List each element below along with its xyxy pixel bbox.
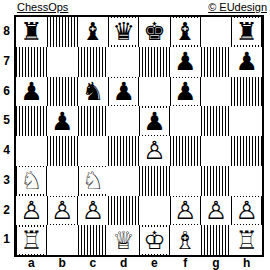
white-knight-c3: ♘ — [80, 167, 106, 194]
file-label-e: e — [139, 256, 170, 270]
rank-label-4: 4 — [0, 136, 13, 166]
square-e4[interactable]: ♙ — [139, 136, 170, 166]
black-queen-d8: ♛ — [110, 18, 136, 45]
white-rook-a1: ♖ — [18, 227, 44, 254]
square-f1[interactable]: ♗ — [170, 225, 201, 255]
black-pawn-h7: ♟ — [233, 48, 259, 75]
eudesign-credit-link[interactable]: © EUdesign — [208, 1, 267, 13]
file-label-g: g — [201, 256, 232, 270]
chess-board-frame: ♜♝♛♚♝♜♟♟♟♞♟♟♟♟♙♘♘♙♙♙♙♙♙♖♕♔♗♖ — [14, 15, 264, 257]
square-g4[interactable] — [201, 136, 232, 166]
square-h6[interactable] — [231, 77, 262, 107]
black-pawn-f7: ♟ — [172, 48, 198, 75]
file-label-f: f — [170, 256, 201, 270]
file-label-h: h — [231, 256, 262, 270]
square-e6[interactable] — [139, 77, 170, 107]
square-d3[interactable] — [108, 166, 139, 196]
file-label-c: c — [78, 256, 109, 270]
rank-label-5: 5 — [0, 106, 13, 136]
square-f6[interactable]: ♟ — [170, 77, 201, 107]
rank-label-6: 6 — [0, 77, 13, 107]
rank-label-1: 1 — [0, 225, 13, 255]
black-pawn-a6: ♟ — [18, 78, 44, 105]
file-label-d: d — [108, 256, 139, 270]
white-pawn-f2: ♙ — [172, 197, 198, 224]
square-c2[interactable]: ♙ — [78, 196, 109, 226]
square-a2[interactable]: ♙ — [16, 196, 47, 226]
chessops-link[interactable]: ChessOps — [17, 1, 68, 13]
square-b3[interactable] — [47, 166, 78, 196]
white-king-e1: ♔ — [141, 227, 167, 254]
rank-label-3: 3 — [0, 166, 13, 196]
square-a5[interactable] — [16, 106, 47, 136]
square-b6[interactable] — [47, 77, 78, 107]
square-e1[interactable]: ♔ — [139, 225, 170, 255]
square-a1[interactable]: ♖ — [16, 225, 47, 255]
square-a3[interactable]: ♘ — [16, 166, 47, 196]
black-pawn-e5: ♟ — [141, 108, 167, 135]
square-a6[interactable]: ♟ — [16, 77, 47, 107]
square-h7[interactable]: ♟ — [231, 47, 262, 77]
square-e8[interactable]: ♚ — [139, 17, 170, 47]
square-d6[interactable]: ♟ — [108, 77, 139, 107]
square-d2[interactable] — [108, 196, 139, 226]
rank-label-2: 2 — [0, 196, 13, 226]
rank-label-7: 7 — [0, 47, 13, 77]
square-g8[interactable] — [201, 17, 232, 47]
square-b8[interactable] — [47, 17, 78, 47]
square-b1[interactable] — [47, 225, 78, 255]
black-king-e8: ♚ — [141, 18, 167, 45]
square-f8[interactable]: ♝ — [170, 17, 201, 47]
square-h5[interactable] — [231, 106, 262, 136]
square-a7[interactable] — [16, 47, 47, 77]
square-g3[interactable] — [201, 166, 232, 196]
chess-board: ♜♝♛♚♝♜♟♟♟♞♟♟♟♟♙♘♘♙♙♙♙♙♙♖♕♔♗♖ — [16, 17, 262, 255]
square-c5[interactable] — [78, 106, 109, 136]
black-bishop-f8: ♝ — [172, 18, 198, 45]
file-label-a: a — [16, 256, 47, 270]
square-b4[interactable] — [47, 136, 78, 166]
black-bishop-c8: ♝ — [80, 18, 106, 45]
square-c7[interactable] — [78, 47, 109, 77]
square-e7[interactable] — [139, 47, 170, 77]
square-d8[interactable]: ♛ — [108, 17, 139, 47]
white-pawn-g2: ♙ — [203, 197, 229, 224]
square-a4[interactable] — [16, 136, 47, 166]
file-label-b: b — [47, 256, 78, 270]
square-c3[interactable]: ♘ — [78, 166, 109, 196]
white-knight-a3: ♘ — [18, 167, 44, 194]
square-d4[interactable] — [108, 136, 139, 166]
square-f3[interactable] — [170, 166, 201, 196]
black-pawn-b5: ♟ — [49, 108, 75, 135]
white-pawn-h2: ♙ — [233, 197, 259, 224]
square-g7[interactable] — [201, 47, 232, 77]
square-f7[interactable]: ♟ — [170, 47, 201, 77]
square-d1[interactable]: ♕ — [108, 225, 139, 255]
black-pawn-d6: ♟ — [110, 78, 136, 105]
square-g2[interactable]: ♙ — [201, 196, 232, 226]
square-g1[interactable] — [201, 225, 232, 255]
white-bishop-f1: ♗ — [172, 227, 198, 254]
white-pawn-a2: ♙ — [18, 197, 44, 224]
square-e3[interactable] — [139, 166, 170, 196]
square-a8[interactable]: ♜ — [16, 17, 47, 47]
square-c1[interactable] — [78, 225, 109, 255]
square-d5[interactable] — [108, 106, 139, 136]
square-c4[interactable] — [78, 136, 109, 166]
square-f4[interactable] — [170, 136, 201, 166]
white-queen-d1: ♕ — [110, 227, 136, 254]
black-rook-h8: ♜ — [233, 18, 259, 45]
square-c6[interactable]: ♞ — [78, 77, 109, 107]
square-d7[interactable] — [108, 47, 139, 77]
black-rook-a8: ♜ — [18, 18, 44, 45]
square-g6[interactable] — [201, 77, 232, 107]
square-b2[interactable]: ♙ — [47, 196, 78, 226]
square-h8[interactable]: ♜ — [231, 17, 262, 47]
square-b7[interactable] — [47, 47, 78, 77]
square-h3[interactable] — [231, 166, 262, 196]
square-e2[interactable] — [139, 196, 170, 226]
square-h4[interactable] — [231, 136, 262, 166]
white-rook-h1: ♖ — [233, 227, 259, 254]
white-pawn-b2: ♙ — [49, 197, 75, 224]
square-h1[interactable]: ♖ — [231, 225, 262, 255]
square-h2[interactable]: ♙ — [231, 196, 262, 226]
rank-label-8: 8 — [0, 17, 13, 47]
square-g5[interactable] — [201, 106, 232, 136]
black-pawn-f6: ♟ — [172, 78, 198, 105]
square-c8[interactable]: ♝ — [78, 17, 109, 47]
square-f5[interactable] — [170, 106, 201, 136]
white-pawn-e4: ♙ — [141, 137, 167, 164]
white-pawn-c2: ♙ — [80, 197, 106, 224]
square-f2[interactable]: ♙ — [170, 196, 201, 226]
square-b5[interactable]: ♟ — [47, 106, 78, 136]
black-knight-c6: ♞ — [80, 78, 106, 105]
square-e5[interactable]: ♟ — [139, 106, 170, 136]
